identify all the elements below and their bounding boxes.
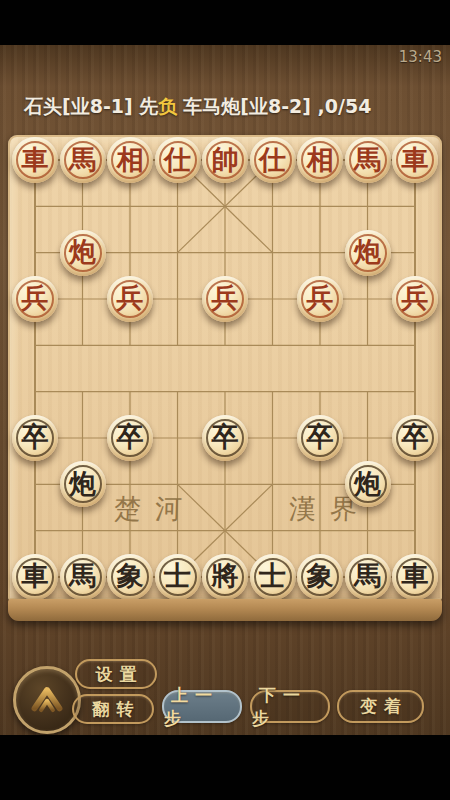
xiangqi-board[interactable]: 楚河 漢界 車馬相仕帥仕相馬車炮炮兵兵兵兵兵卒卒卒卒卒炮炮車馬象士將士象馬車 — [8, 135, 442, 600]
piece-character: 炮 — [354, 238, 381, 265]
piece-character: 士 — [164, 562, 191, 589]
piece-character: 仕 — [164, 146, 191, 173]
piece-character: 卒 — [117, 423, 144, 450]
red-piece-兵[interactable]: 兵 — [297, 276, 343, 322]
variation-button-label: 变着 — [353, 695, 408, 718]
red-player-name: 石头[业8-1] 先 — [24, 95, 158, 117]
black-piece-士[interactable]: 士 — [250, 554, 296, 600]
piece-character: 卒 — [402, 423, 429, 450]
board-grid — [8, 135, 442, 600]
piece-character: 卒 — [212, 423, 239, 450]
piece-character: 車 — [402, 146, 429, 173]
black-piece-將[interactable]: 將 — [202, 554, 248, 600]
black-piece-車[interactable]: 車 — [12, 554, 58, 600]
chevron-up-icon — [27, 680, 67, 720]
flip-board-button-label: 翻转 — [86, 698, 141, 721]
black-piece-炮[interactable]: 炮 — [60, 461, 106, 507]
piece-character: 兵 — [307, 284, 334, 311]
previous-move-button-label: 上一步 — [164, 684, 240, 730]
black-piece-卒[interactable]: 卒 — [12, 415, 58, 461]
piece-character: 車 — [22, 562, 49, 589]
flip-board-button[interactable]: 翻转 — [72, 694, 154, 724]
piece-character: 兵 — [402, 284, 429, 311]
settings-button-label: 设置 — [89, 663, 144, 686]
settings-button[interactable]: 设置 — [75, 659, 157, 689]
black-piece-卒[interactable]: 卒 — [297, 415, 343, 461]
piece-character: 相 — [307, 146, 334, 173]
red-piece-兵[interactable]: 兵 — [202, 276, 248, 322]
piece-character: 兵 — [212, 284, 239, 311]
piece-character: 象 — [117, 562, 144, 589]
piece-character: 帥 — [212, 146, 239, 173]
black-piece-馬[interactable]: 馬 — [60, 554, 106, 600]
red-piece-兵[interactable]: 兵 — [107, 276, 153, 322]
piece-character: 士 — [259, 562, 286, 589]
piece-character: 仕 — [259, 146, 286, 173]
piece-character: 馬 — [69, 146, 96, 173]
previous-move-button[interactable]: 上一步 — [162, 690, 242, 723]
red-piece-仕[interactable]: 仕 — [250, 137, 296, 183]
result-text: 负 — [158, 95, 177, 117]
red-piece-帥[interactable]: 帥 — [202, 137, 248, 183]
red-piece-兵[interactable]: 兵 — [392, 276, 438, 322]
river-label-chu: 楚河 — [87, 492, 208, 526]
black-piece-象[interactable]: 象 — [297, 554, 343, 600]
black-piece-車[interactable]: 車 — [392, 554, 438, 600]
black-piece-卒[interactable]: 卒 — [392, 415, 438, 461]
next-move-button-label: 下一步 — [252, 684, 328, 730]
piece-character: 馬 — [354, 562, 381, 589]
variation-button[interactable]: 变着 — [337, 690, 424, 723]
black-piece-馬[interactable]: 馬 — [345, 554, 391, 600]
piece-character: 馬 — [354, 146, 381, 173]
red-piece-馬[interactable]: 馬 — [60, 137, 106, 183]
piece-character: 卒 — [22, 423, 49, 450]
black-player-name: 车马炮[业8-2] ,0/54 — [183, 95, 371, 117]
piece-character: 炮 — [69, 238, 96, 265]
match-header: 石头[业8-1] 先负车马炮[业8-2] ,0/54 — [24, 94, 434, 120]
status-bar-top — [0, 0, 450, 45]
app-screen: 13:43 石头[业8-1] 先负车马炮[业8-2] ,0/54 楚河 漢界 車… — [0, 0, 450, 800]
status-bar-bottom — [0, 735, 450, 800]
next-move-button[interactable]: 下一步 — [250, 690, 330, 723]
red-piece-車[interactable]: 車 — [392, 137, 438, 183]
red-piece-相[interactable]: 相 — [297, 137, 343, 183]
red-piece-相[interactable]: 相 — [107, 137, 153, 183]
black-piece-士[interactable]: 士 — [155, 554, 201, 600]
clock-time: 13:43 — [399, 48, 442, 66]
red-piece-炮[interactable]: 炮 — [60, 230, 106, 276]
board-wood-edge — [8, 599, 442, 621]
red-piece-馬[interactable]: 馬 — [345, 137, 391, 183]
red-piece-仕[interactable]: 仕 — [155, 137, 201, 183]
piece-character: 象 — [307, 562, 334, 589]
black-piece-卒[interactable]: 卒 — [202, 415, 248, 461]
piece-character: 將 — [212, 562, 239, 589]
black-piece-卒[interactable]: 卒 — [107, 415, 153, 461]
expand-button[interactable] — [13, 666, 81, 734]
piece-character: 兵 — [22, 284, 49, 311]
piece-character: 相 — [117, 146, 144, 173]
piece-character: 炮 — [354, 470, 381, 497]
black-piece-炮[interactable]: 炮 — [345, 461, 391, 507]
red-piece-車[interactable]: 車 — [12, 137, 58, 183]
black-piece-象[interactable]: 象 — [107, 554, 153, 600]
piece-character: 車 — [402, 562, 429, 589]
red-piece-炮[interactable]: 炮 — [345, 230, 391, 276]
red-piece-兵[interactable]: 兵 — [12, 276, 58, 322]
piece-character: 炮 — [69, 470, 96, 497]
piece-character: 兵 — [117, 284, 144, 311]
piece-character: 馬 — [69, 562, 96, 589]
piece-character: 車 — [22, 146, 49, 173]
piece-character: 卒 — [307, 423, 334, 450]
